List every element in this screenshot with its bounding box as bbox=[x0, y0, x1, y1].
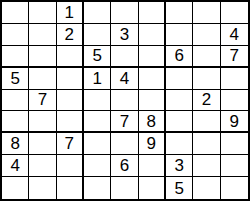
sudoku-cell-r5c7[interactable] bbox=[166, 90, 193, 112]
sudoku-cell-r6c2[interactable] bbox=[29, 111, 56, 133]
sudoku-cell-r2c9[interactable]: 4 bbox=[221, 24, 248, 46]
sudoku-cell-r2c2[interactable] bbox=[29, 24, 56, 46]
sudoku-cell-r5c9[interactable] bbox=[221, 90, 248, 112]
sudoku-cell-r2c4[interactable] bbox=[84, 24, 111, 46]
sudoku-cell-r7c6[interactable]: 9 bbox=[139, 133, 166, 155]
sudoku-cell-r9c7[interactable]: 5 bbox=[166, 177, 193, 199]
sudoku-cell-r6c6[interactable]: 8 bbox=[139, 111, 166, 133]
sudoku-cell-r1c4[interactable] bbox=[84, 2, 111, 24]
sudoku-cell-r1c7[interactable] bbox=[166, 2, 193, 24]
sudoku-cell-r6c8[interactable] bbox=[193, 111, 220, 133]
sudoku-cell-r3c5[interactable] bbox=[111, 46, 138, 68]
sudoku-cell-r4c7[interactable] bbox=[166, 68, 193, 90]
sudoku-cell-r5c2[interactable]: 7 bbox=[29, 90, 56, 112]
sudoku-cell-r1c2[interactable] bbox=[29, 2, 56, 24]
sudoku-cell-r2c6[interactable] bbox=[139, 24, 166, 46]
sudoku-cell-r7c8[interactable] bbox=[193, 133, 220, 155]
sudoku-cell-r4c3[interactable] bbox=[57, 68, 84, 90]
sudoku-cell-r3c9[interactable]: 7 bbox=[221, 46, 248, 68]
sudoku-cell-r2c5[interactable]: 3 bbox=[111, 24, 138, 46]
sudoku-cell-r8c4[interactable] bbox=[84, 155, 111, 177]
sudoku-cell-r9c1[interactable] bbox=[2, 177, 29, 199]
sudoku-cell-r7c4[interactable] bbox=[84, 133, 111, 155]
sudoku-cell-r7c2[interactable] bbox=[29, 133, 56, 155]
sudoku-cell-r1c1[interactable] bbox=[2, 2, 29, 24]
sudoku-cell-r8c7[interactable]: 3 bbox=[166, 155, 193, 177]
sudoku-cell-r8c1[interactable]: 4 bbox=[2, 155, 29, 177]
sudoku-cell-r7c9[interactable] bbox=[221, 133, 248, 155]
sudoku-cell-r1c5[interactable] bbox=[111, 2, 138, 24]
sudoku-cell-r2c1[interactable] bbox=[2, 24, 29, 46]
sudoku-cell-r5c1[interactable] bbox=[2, 90, 29, 112]
sudoku-cell-r3c8[interactable] bbox=[193, 46, 220, 68]
sudoku-cell-r7c1[interactable]: 8 bbox=[2, 133, 29, 155]
sudoku-cell-r5c4[interactable] bbox=[84, 90, 111, 112]
sudoku-cell-r3c4[interactable]: 5 bbox=[84, 46, 111, 68]
sudoku-cell-r8c9[interactable] bbox=[221, 155, 248, 177]
sudoku-cell-r6c5[interactable]: 7 bbox=[111, 111, 138, 133]
sudoku-cell-r3c2[interactable] bbox=[29, 46, 56, 68]
sudoku-cell-r5c5[interactable] bbox=[111, 90, 138, 112]
sudoku-cell-r2c3[interactable]: 2 bbox=[57, 24, 84, 46]
sudoku-cell-r4c9[interactable] bbox=[221, 68, 248, 90]
sudoku-cell-r3c1[interactable] bbox=[2, 46, 29, 68]
sudoku-cell-r8c2[interactable] bbox=[29, 155, 56, 177]
sudoku-cell-r3c7[interactable]: 6 bbox=[166, 46, 193, 68]
sudoku-cell-r1c9[interactable] bbox=[221, 2, 248, 24]
sudoku-cell-r4c4[interactable]: 1 bbox=[84, 68, 111, 90]
sudoku-cell-r4c6[interactable] bbox=[139, 68, 166, 90]
sudoku-cell-r2c7[interactable] bbox=[166, 24, 193, 46]
sudoku-cell-r8c8[interactable] bbox=[193, 155, 220, 177]
sudoku-cell-r6c3[interactable] bbox=[57, 111, 84, 133]
sudoku-cell-r7c3[interactable]: 7 bbox=[57, 133, 84, 155]
sudoku-cell-r8c6[interactable] bbox=[139, 155, 166, 177]
sudoku-cell-r9c9[interactable] bbox=[221, 177, 248, 199]
sudoku-cell-r3c6[interactable] bbox=[139, 46, 166, 68]
sudoku-cell-r1c3[interactable]: 1 bbox=[57, 2, 84, 24]
sudoku-cell-r6c4[interactable] bbox=[84, 111, 111, 133]
sudoku-cell-r4c2[interactable] bbox=[29, 68, 56, 90]
sudoku-cell-r1c8[interactable] bbox=[193, 2, 220, 24]
sudoku-cell-r4c8[interactable] bbox=[193, 68, 220, 90]
sudoku-cell-r9c6[interactable] bbox=[139, 177, 166, 199]
sudoku-cell-r9c8[interactable] bbox=[193, 177, 220, 199]
sudoku-cell-r6c7[interactable] bbox=[166, 111, 193, 133]
sudoku-cell-r5c6[interactable] bbox=[139, 90, 166, 112]
sudoku-cell-r6c9[interactable]: 9 bbox=[221, 111, 248, 133]
sudoku-cell-r1c6[interactable] bbox=[139, 2, 166, 24]
sudoku-cell-r5c3[interactable] bbox=[57, 90, 84, 112]
sudoku-cell-r4c1[interactable]: 5 bbox=[2, 68, 29, 90]
sudoku-cell-r9c3[interactable] bbox=[57, 177, 84, 199]
sudoku-cell-r3c3[interactable] bbox=[57, 46, 84, 68]
sudoku-cell-r6c1[interactable] bbox=[2, 111, 29, 133]
sudoku-cell-r9c5[interactable] bbox=[111, 177, 138, 199]
sudoku-cell-r9c4[interactable] bbox=[84, 177, 111, 199]
sudoku-board: 1234567514727898794635 bbox=[0, 0, 250, 201]
sudoku-cell-r7c7[interactable] bbox=[166, 133, 193, 155]
sudoku-page: 1234567514727898794635 bbox=[0, 0, 250, 201]
sudoku-cell-r9c2[interactable] bbox=[29, 177, 56, 199]
sudoku-cell-r5c8[interactable]: 2 bbox=[193, 90, 220, 112]
sudoku-cell-r4c5[interactable]: 4 bbox=[111, 68, 138, 90]
sudoku-cell-r2c8[interactable] bbox=[193, 24, 220, 46]
sudoku-cell-r8c5[interactable]: 6 bbox=[111, 155, 138, 177]
sudoku-cell-r8c3[interactable] bbox=[57, 155, 84, 177]
sudoku-cell-r7c5[interactable] bbox=[111, 133, 138, 155]
